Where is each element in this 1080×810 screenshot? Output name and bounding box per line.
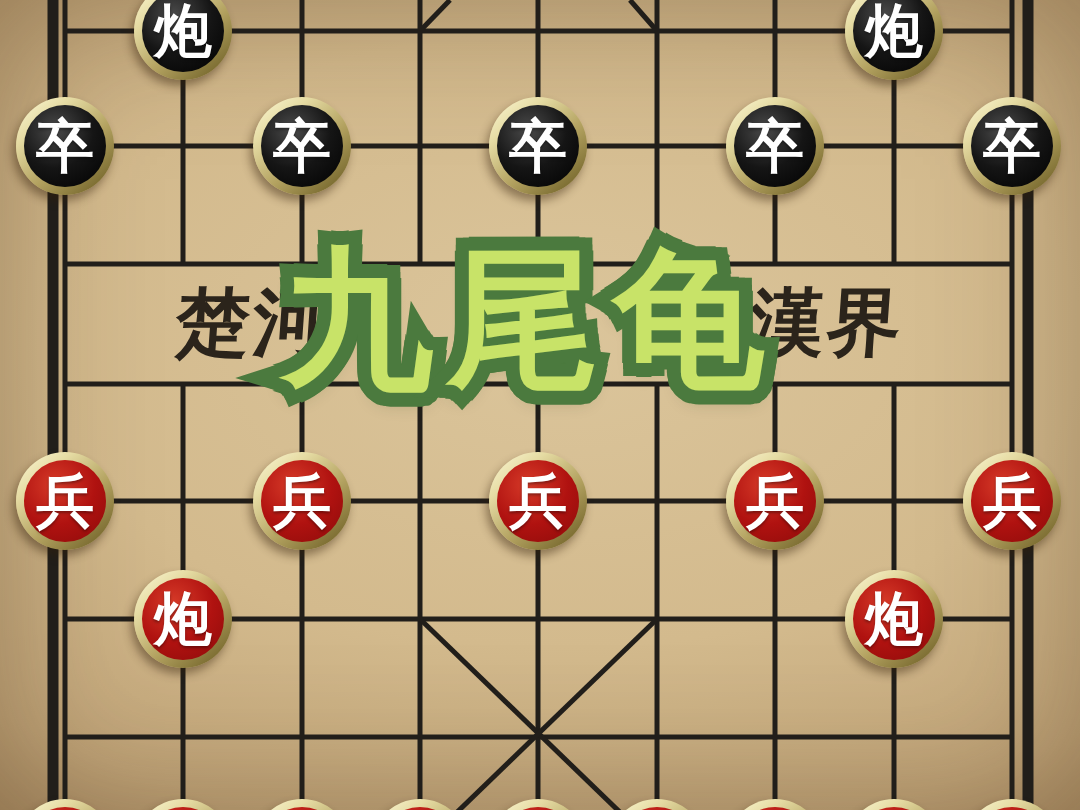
piece-black-soldier[interactable]: 卒 [489, 97, 587, 195]
piece-glyph: 卒 [983, 117, 1041, 175]
piece-glyph: 卒 [746, 117, 804, 175]
river-char-jie: 界 [811, 274, 918, 374]
piece-body: 兵 [734, 460, 816, 542]
piece-black-soldier[interactable]: 卒 [726, 97, 824, 195]
piece-body: 炮 [142, 0, 224, 72]
piece-glyph: 兵 [746, 472, 804, 530]
piece-body: 卒 [497, 105, 579, 187]
piece-glyph: 卒 [273, 117, 331, 175]
piece-red-soldier[interactable]: 兵 [253, 452, 351, 550]
piece-glyph: 炮 [154, 2, 212, 60]
piece-glyph: 兵 [36, 472, 94, 530]
piece-glyph: 炮 [865, 590, 923, 648]
piece-body: 卒 [971, 105, 1053, 187]
piece-black-soldier[interactable]: 卒 [16, 97, 114, 195]
piece-red-soldier[interactable]: 兵 [489, 452, 587, 550]
piece-glyph: 兵 [273, 472, 331, 530]
piece-red-cannon[interactable]: 炮 [845, 570, 943, 668]
piece-glyph: 兵 [509, 472, 567, 530]
xiangqi-board: 楚河漢界 車馬象士將士象馬車炮炮卒卒卒卒卒兵兵兵兵兵炮炮車馬相仕帥仕相馬車 九尾… [0, 0, 1080, 810]
piece-black-soldier[interactable]: 卒 [253, 97, 351, 195]
piece-body: 卒 [24, 105, 106, 187]
piece-body: 炮 [853, 578, 935, 660]
piece-red-soldier[interactable]: 兵 [963, 452, 1061, 550]
piece-body: 炮 [853, 0, 935, 72]
piece-body: 卒 [734, 105, 816, 187]
river-char-he: 河 [237, 274, 344, 374]
piece-black-soldier[interactable]: 卒 [963, 97, 1061, 195]
piece-red-cannon[interactable]: 炮 [134, 570, 232, 668]
piece-red-soldier[interactable]: 兵 [726, 452, 824, 550]
piece-glyph: 卒 [509, 117, 567, 175]
piece-body: 兵 [261, 460, 343, 542]
piece-red-soldier[interactable]: 兵 [16, 452, 114, 550]
piece-body: 卒 [261, 105, 343, 187]
piece-glyph: 炮 [865, 2, 923, 60]
piece-body: 兵 [971, 460, 1053, 542]
piece-glyph: 兵 [983, 472, 1041, 530]
piece-glyph: 炮 [154, 590, 212, 648]
piece-body: 炮 [142, 578, 224, 660]
piece-body: 兵 [24, 460, 106, 542]
piece-body: 兵 [497, 460, 579, 542]
piece-glyph: 卒 [36, 117, 94, 175]
